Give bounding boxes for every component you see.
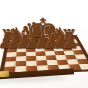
square-h1[interactable]: [79, 64, 88, 70]
chess-set-photo: ♜♞♝♛♚♝♞♜♟♟♟♟♟♟♟♟: [0, 0, 88, 88]
brass-clasp-icon: [0, 71, 9, 78]
black-pawn-h7[interactable]: ♟: [63, 33, 79, 51]
